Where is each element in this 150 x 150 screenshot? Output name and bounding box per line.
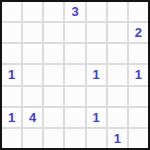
cell-r2c2[interactable]	[44, 44, 63, 63]
cell-r1c3[interactable]	[65, 23, 84, 42]
cell-r2c0[interactable]	[2, 44, 21, 63]
cell-r4c1[interactable]	[23, 87, 42, 106]
cell-r2c5[interactable]	[108, 44, 127, 63]
cell-r6c0[interactable]	[2, 129, 21, 148]
cell-r6c1[interactable]	[23, 129, 42, 148]
cell-r3c2[interactable]	[44, 65, 63, 84]
clue-number: 1	[8, 111, 15, 124]
cell-r0c6[interactable]	[129, 2, 148, 21]
clue-number: 4	[29, 111, 36, 124]
cell-r6c6[interactable]	[129, 129, 148, 148]
cell-r1c5[interactable]	[108, 23, 127, 42]
cell-r5c0: 1	[2, 108, 21, 127]
cell-r3c0: 1	[2, 65, 21, 84]
cell-r2c6[interactable]	[129, 44, 148, 63]
cell-r5c2[interactable]	[44, 108, 63, 127]
cell-r4c2[interactable]	[44, 87, 63, 106]
cell-r1c1[interactable]	[23, 23, 42, 42]
cell-r4c0[interactable]	[2, 87, 21, 106]
clue-number: 3	[71, 5, 78, 18]
cell-r5c3[interactable]	[65, 108, 84, 127]
clue-number: 2	[135, 26, 142, 39]
clue-number: 1	[8, 68, 15, 81]
cell-r5c6[interactable]	[129, 108, 148, 127]
cell-r6c2[interactable]	[44, 129, 63, 148]
cell-r4c4[interactable]	[87, 87, 106, 106]
cell-r3c4: 1	[87, 65, 106, 84]
clue-number: 1	[93, 111, 100, 124]
cell-r0c3: 3	[65, 2, 84, 21]
cell-r2c1[interactable]	[23, 44, 42, 63]
minesweeper-board: 321111411	[0, 0, 150, 150]
cell-r3c1[interactable]	[23, 65, 42, 84]
cell-r3c3[interactable]	[65, 65, 84, 84]
cell-r1c6: 2	[129, 23, 148, 42]
cell-r3c5[interactable]	[108, 65, 127, 84]
cell-r4c3[interactable]	[65, 87, 84, 106]
cell-r0c5[interactable]	[108, 2, 127, 21]
cell-r0c0[interactable]	[2, 2, 21, 21]
clue-number: 1	[93, 68, 100, 81]
cell-r4c5[interactable]	[108, 87, 127, 106]
cell-r1c0[interactable]	[2, 23, 21, 42]
cell-r3c6: 1	[129, 65, 148, 84]
cell-r5c1: 4	[23, 108, 42, 127]
cell-r2c3[interactable]	[65, 44, 84, 63]
clue-number: 1	[114, 132, 121, 145]
cell-r5c4: 1	[87, 108, 106, 127]
cell-r6c5: 1	[108, 129, 127, 148]
cell-r0c4[interactable]	[87, 2, 106, 21]
cell-r4c6[interactable]	[129, 87, 148, 106]
cell-r6c3[interactable]	[65, 129, 84, 148]
cell-r5c5[interactable]	[108, 108, 127, 127]
cell-r2c4[interactable]	[87, 44, 106, 63]
cell-r0c1[interactable]	[23, 2, 42, 21]
cell-r1c4[interactable]	[87, 23, 106, 42]
clue-number: 1	[135, 68, 142, 81]
cell-r6c4[interactable]	[87, 129, 106, 148]
cell-r1c2[interactable]	[44, 23, 63, 42]
cell-r0c2[interactable]	[44, 2, 63, 21]
